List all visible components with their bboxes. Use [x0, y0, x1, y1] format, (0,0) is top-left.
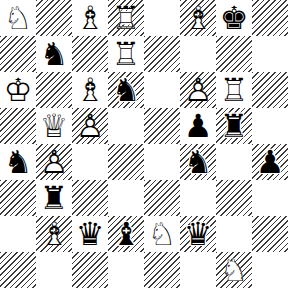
piece-white-rook: ♜♖	[108, 0, 144, 36]
square-f2[interactable]: ♛♛	[180, 216, 216, 252]
piece-white-pawn: ♟♙	[36, 144, 72, 180]
piece-white-bishop: ♝♗	[72, 0, 108, 36]
square-h4[interactable]: ♟♟	[252, 144, 288, 180]
square-e5[interactable]	[144, 108, 180, 144]
piece-glyph-over: ♖	[108, 36, 144, 72]
piece-white-rook: ♜♖	[108, 36, 144, 72]
square-d3[interactable]	[108, 180, 144, 216]
piece-white-king: ♚♔	[0, 72, 36, 108]
square-h8[interactable]	[252, 0, 288, 36]
piece-glyph-over: ♛	[180, 216, 216, 252]
square-h1[interactable]	[252, 252, 288, 288]
square-b3[interactable]: ♜♜	[36, 180, 72, 216]
piece-glyph-over: ♟	[252, 144, 288, 180]
piece-glyph-over: ♔	[0, 72, 36, 108]
piece-glyph-over: ♖	[216, 72, 252, 108]
piece-glyph-over: ♟	[180, 108, 216, 144]
piece-glyph-over: ♛	[72, 216, 108, 252]
square-c7[interactable]	[72, 36, 108, 72]
piece-black-bishop: ♝♝	[108, 216, 144, 252]
square-c4[interactable]	[72, 144, 108, 180]
square-b4[interactable]: ♟♙	[36, 144, 72, 180]
square-h5[interactable]	[252, 108, 288, 144]
square-c3[interactable]	[72, 180, 108, 216]
square-d2[interactable]: ♝♝	[108, 216, 144, 252]
piece-glyph-over: ♘	[0, 0, 36, 36]
chess-board: ♞♘♝♗♜♖♝♗♚♚♞♞♜♖♚♔♝♗♞♞♟♙♜♖♛♕♟♙♟♟♜♜♞♞♟♙♞♞♟♟…	[0, 0, 288, 288]
square-f4[interactable]: ♞♞	[180, 144, 216, 180]
square-g1[interactable]: ♞♘	[216, 252, 252, 288]
piece-black-queen: ♛♛	[72, 216, 108, 252]
square-e1[interactable]	[144, 252, 180, 288]
square-b8[interactable]	[36, 0, 72, 36]
piece-white-bishop: ♝♗	[72, 72, 108, 108]
square-f3[interactable]	[180, 180, 216, 216]
square-a3[interactable]	[0, 180, 36, 216]
square-c6[interactable]: ♝♗	[72, 72, 108, 108]
square-f6[interactable]: ♟♙	[180, 72, 216, 108]
piece-black-queen: ♛♛	[180, 216, 216, 252]
square-a7[interactable]	[0, 36, 36, 72]
square-e6[interactable]	[144, 72, 180, 108]
square-d4[interactable]	[108, 144, 144, 180]
piece-glyph-over: ♘	[216, 252, 252, 288]
piece-glyph-over: ♗	[180, 0, 216, 36]
square-f8[interactable]: ♝♗	[180, 0, 216, 36]
square-b7[interactable]: ♞♞	[36, 36, 72, 72]
square-h3[interactable]	[252, 180, 288, 216]
square-c8[interactable]: ♝♗	[72, 0, 108, 36]
square-b1[interactable]	[36, 252, 72, 288]
piece-glyph-over: ♖	[108, 0, 144, 36]
piece-glyph-over: ♗	[72, 0, 108, 36]
piece-black-knight: ♞♞	[180, 144, 216, 180]
square-c2[interactable]: ♛♛	[72, 216, 108, 252]
piece-glyph-over: ♕	[36, 108, 72, 144]
piece-white-pawn: ♟♙	[180, 72, 216, 108]
square-a8[interactable]: ♞♘	[0, 0, 36, 36]
square-f5[interactable]: ♟♟	[180, 108, 216, 144]
piece-glyph-over: ♘	[144, 216, 180, 252]
piece-glyph-over: ♞	[0, 144, 36, 180]
square-g8[interactable]: ♚♚	[216, 0, 252, 36]
square-c1[interactable]	[72, 252, 108, 288]
piece-black-knight: ♞♞	[108, 72, 144, 108]
piece-black-king: ♚♚	[216, 0, 252, 36]
piece-black-rook: ♜♜	[216, 108, 252, 144]
piece-glyph-over: ♞	[180, 144, 216, 180]
piece-glyph-over: ♜	[216, 108, 252, 144]
piece-black-knight: ♞♞	[36, 36, 72, 72]
piece-glyph-over: ♗	[36, 216, 72, 252]
square-g2[interactable]	[216, 216, 252, 252]
piece-black-pawn: ♟♟	[252, 144, 288, 180]
piece-white-knight: ♞♘	[0, 0, 36, 36]
square-g5[interactable]: ♜♜	[216, 108, 252, 144]
square-f1[interactable]	[180, 252, 216, 288]
piece-glyph-over: ♙	[36, 144, 72, 180]
square-g3[interactable]	[216, 180, 252, 216]
piece-white-bishop: ♝♗	[180, 0, 216, 36]
piece-glyph-over: ♞	[36, 36, 72, 72]
square-e8[interactable]	[144, 0, 180, 36]
square-b5[interactable]: ♛♕	[36, 108, 72, 144]
piece-glyph-over: ♚	[216, 0, 252, 36]
piece-glyph-over: ♝	[108, 216, 144, 252]
piece-glyph-over: ♜	[36, 180, 72, 216]
square-h7[interactable]	[252, 36, 288, 72]
piece-white-bishop: ♝♗	[36, 216, 72, 252]
piece-black-knight: ♞♞	[0, 144, 36, 180]
square-d1[interactable]	[108, 252, 144, 288]
square-a1[interactable]	[0, 252, 36, 288]
piece-black-rook: ♜♜	[36, 180, 72, 216]
square-d6[interactable]: ♞♞	[108, 72, 144, 108]
square-b2[interactable]: ♝♗	[36, 216, 72, 252]
square-e3[interactable]	[144, 180, 180, 216]
square-b6[interactable]	[36, 72, 72, 108]
square-d7[interactable]: ♜♖	[108, 36, 144, 72]
piece-white-queen: ♛♕	[36, 108, 72, 144]
square-e2[interactable]: ♞♘	[144, 216, 180, 252]
square-h6[interactable]	[252, 72, 288, 108]
square-e7[interactable]	[144, 36, 180, 72]
piece-glyph-over: ♞	[108, 72, 144, 108]
square-a5[interactable]	[0, 108, 36, 144]
square-f7[interactable]	[180, 36, 216, 72]
square-a6[interactable]: ♚♔	[0, 72, 36, 108]
square-g6[interactable]: ♜♖	[216, 72, 252, 108]
square-e4[interactable]	[144, 144, 180, 180]
square-d8[interactable]: ♜♖	[108, 0, 144, 36]
piece-white-knight: ♞♘	[216, 252, 252, 288]
piece-black-pawn: ♟♟	[180, 108, 216, 144]
piece-glyph-over: ♙	[72, 108, 108, 144]
square-g4[interactable]	[216, 144, 252, 180]
square-a4[interactable]: ♞♞	[0, 144, 36, 180]
square-a2[interactable]	[0, 216, 36, 252]
square-c5[interactable]: ♟♙	[72, 108, 108, 144]
square-g7[interactable]	[216, 36, 252, 72]
square-h2[interactable]	[252, 216, 288, 252]
piece-glyph-over: ♗	[72, 72, 108, 108]
piece-white-pawn: ♟♙	[72, 108, 108, 144]
piece-white-rook: ♜♖	[216, 72, 252, 108]
piece-white-knight: ♞♘	[144, 216, 180, 252]
square-d5[interactable]	[108, 108, 144, 144]
piece-glyph-over: ♙	[180, 72, 216, 108]
